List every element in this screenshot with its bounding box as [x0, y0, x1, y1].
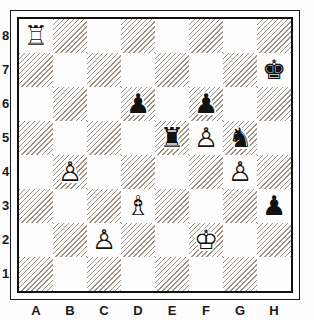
square-e4 [155, 155, 189, 189]
square-e2 [155, 223, 189, 257]
square-h5 [257, 121, 291, 155]
square-e3 [155, 189, 189, 223]
square-a1 [19, 257, 53, 291]
file-label-d: D [121, 302, 155, 319]
square-c5 [87, 121, 121, 155]
square-e6 [155, 87, 189, 121]
square-c1 [87, 257, 121, 291]
piece-white-bishop-d3: ♝♗ [121, 189, 155, 223]
square-c7 [87, 53, 121, 87]
square-a3 [19, 189, 53, 223]
square-f3 [189, 189, 223, 223]
square-b2 [53, 223, 87, 257]
square-a8: ♜♖ [19, 19, 53, 53]
file-labels: ABCDEFGH [19, 302, 291, 319]
chess-diagram: 87654321 ♜♖♚♚♟♟♟♟♜♜♟♙♞♞♟♙♟♙♝♗♟♟♟♙♚♔ ABCD… [0, 0, 314, 320]
square-c6 [87, 87, 121, 121]
piece-white-king-f2: ♚♔ [189, 223, 223, 257]
square-f1 [189, 257, 223, 291]
piece-white-pawn-c2: ♟♙ [87, 223, 121, 257]
square-f2: ♚♔ [189, 223, 223, 257]
black-pawn-glyph: ♟ [121, 87, 155, 121]
square-d2 [121, 223, 155, 257]
square-b7 [53, 53, 87, 87]
white-pawn-glyph: ♙ [87, 223, 121, 257]
square-e5: ♜♜ [155, 121, 189, 155]
square-a7 [19, 53, 53, 87]
piece-white-pawn-g4: ♟♙ [223, 155, 257, 189]
piece-black-knight-g5: ♞♞ [223, 121, 257, 155]
square-f8 [189, 19, 223, 53]
square-a2 [19, 223, 53, 257]
square-g5: ♞♞ [223, 121, 257, 155]
square-b6 [53, 87, 87, 121]
piece-white-rook-a8: ♜♖ [19, 19, 53, 53]
piece-white-pawn-f5: ♟♙ [189, 121, 223, 155]
file-label-g: G [223, 302, 257, 319]
file-label-c: C [87, 302, 121, 319]
square-f5: ♟♙ [189, 121, 223, 155]
black-pawn-glyph: ♟ [257, 189, 291, 223]
square-g7 [223, 53, 257, 87]
square-b4: ♟♙ [53, 155, 87, 189]
file-label-h: H [257, 302, 291, 319]
square-d3: ♝♗ [121, 189, 155, 223]
square-h1 [257, 257, 291, 291]
piece-white-pawn-b4: ♟♙ [53, 155, 87, 189]
square-f6: ♟♟ [189, 87, 223, 121]
square-g2 [223, 223, 257, 257]
chess-board: ♜♖♚♚♟♟♟♟♜♜♟♙♞♞♟♙♟♙♝♗♟♟♟♙♚♔ [19, 19, 291, 291]
black-rook-glyph: ♜ [155, 121, 189, 155]
square-h8 [257, 19, 291, 53]
square-a4 [19, 155, 53, 189]
square-h2 [257, 223, 291, 257]
piece-black-rook-e5: ♜♜ [155, 121, 189, 155]
file-label-a: A [19, 302, 53, 319]
black-knight-glyph: ♞ [223, 121, 257, 155]
square-c3 [87, 189, 121, 223]
white-rook-glyph: ♖ [19, 19, 53, 53]
square-h7: ♚♚ [257, 53, 291, 87]
square-g4: ♟♙ [223, 155, 257, 189]
white-king-glyph: ♔ [189, 223, 223, 257]
file-label-f: F [189, 302, 223, 319]
square-b8 [53, 19, 87, 53]
square-d5 [121, 121, 155, 155]
piece-black-pawn-f6: ♟♟ [189, 87, 223, 121]
square-h3: ♟♟ [257, 189, 291, 223]
black-pawn-glyph: ♟ [189, 87, 223, 121]
square-c8 [87, 19, 121, 53]
white-pawn-glyph: ♙ [223, 155, 257, 189]
square-d4 [121, 155, 155, 189]
square-c4 [87, 155, 121, 189]
square-g1 [223, 257, 257, 291]
square-a6 [19, 87, 53, 121]
square-d7 [121, 53, 155, 87]
white-pawn-glyph: ♙ [53, 155, 87, 189]
piece-black-pawn-h3: ♟♟ [257, 189, 291, 223]
square-b5 [53, 121, 87, 155]
square-c2: ♟♙ [87, 223, 121, 257]
piece-black-pawn-d6: ♟♟ [121, 87, 155, 121]
white-pawn-glyph: ♙ [189, 121, 223, 155]
square-a5 [19, 121, 53, 155]
square-g3 [223, 189, 257, 223]
board-outer-frame: ♜♖♚♚♟♟♟♟♜♜♟♙♞♞♟♙♟♙♝♗♟♟♟♙♚♔ [10, 10, 300, 300]
square-e1 [155, 257, 189, 291]
square-h4 [257, 155, 291, 189]
square-g6 [223, 87, 257, 121]
square-h6 [257, 87, 291, 121]
square-d8 [121, 19, 155, 53]
square-e8 [155, 19, 189, 53]
board-inner-frame: ♜♖♚♚♟♟♟♟♜♜♟♙♞♞♟♙♟♙♝♗♟♟♟♙♚♔ [17, 17, 293, 293]
square-b1 [53, 257, 87, 291]
file-label-e: E [155, 302, 189, 319]
square-b3 [53, 189, 87, 223]
piece-black-king-h7: ♚♚ [257, 53, 291, 87]
square-d1 [121, 257, 155, 291]
file-label-b: B [53, 302, 87, 319]
black-king-glyph: ♚ [257, 53, 291, 87]
square-f4 [189, 155, 223, 189]
square-g8 [223, 19, 257, 53]
square-d6: ♟♟ [121, 87, 155, 121]
white-bishop-glyph: ♗ [121, 189, 155, 223]
square-f7 [189, 53, 223, 87]
square-e7 [155, 53, 189, 87]
